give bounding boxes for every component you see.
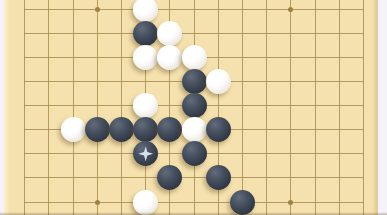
star-point [288,200,293,205]
black-stone [157,117,182,142]
white-stone [133,0,158,22]
white-stone [182,117,207,142]
black-stone [206,165,231,190]
last-move-marker-icon [138,146,153,161]
black-stone [182,93,207,118]
star-point [95,200,100,205]
black-stone [133,117,158,142]
black-stone [133,21,158,46]
app-screen [0,0,387,215]
grid-line-horizontal [24,202,364,203]
board-bottom-shadow [0,212,387,215]
white-stone [157,21,182,46]
grid-line-horizontal [24,33,364,34]
white-stone [61,117,86,142]
white-stone [133,190,158,215]
white-stone [133,45,158,70]
gomoku-board[interactable] [4,0,378,215]
black-stone [133,141,158,166]
white-stone [157,45,182,70]
black-stone [206,117,231,142]
white-stone [182,45,207,70]
black-stone [85,117,110,142]
black-stone [182,69,207,94]
page-background-left [0,0,4,215]
grid-line-horizontal [24,177,364,178]
black-stone [230,190,255,215]
black-stone [182,141,207,166]
white-stone [133,93,158,118]
star-point [288,7,293,12]
black-stone [157,165,182,190]
star-point [95,7,100,12]
black-stone [109,117,134,142]
board-left-edge-highlight [4,0,10,215]
white-stone [206,69,231,94]
grid-line-horizontal [24,9,364,10]
page-background-right [378,0,387,215]
